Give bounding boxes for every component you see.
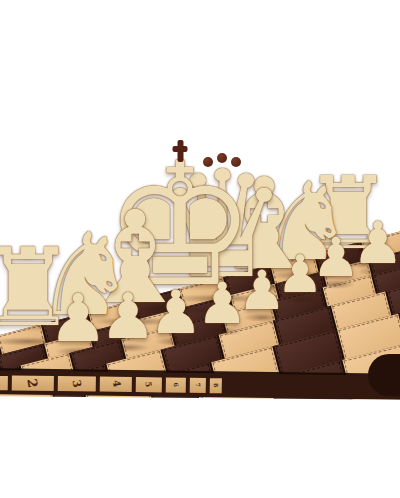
rank-label: 8 <box>213 383 220 388</box>
rank-label-plaque: 3 <box>58 376 96 392</box>
rank-label: 4 <box>110 380 121 388</box>
rank-label-plaque: 7 <box>190 377 206 392</box>
rank-label-plaque: 1 <box>0 374 8 389</box>
rank-label: 2 <box>26 377 40 388</box>
rank-label: 7 <box>195 382 202 387</box>
rank-label-plaque: 6 <box>166 377 186 392</box>
rank-label-plaque: 2 <box>12 375 54 391</box>
background-mask-bottom <box>0 396 400 498</box>
rank-label: 3 <box>71 379 83 388</box>
chess-set-photo: 12345678 ♜♞♝♚♛♝♞♜♟♟♟♟♟♟♟♟ <box>0 0 400 498</box>
rank-label: 5 <box>144 381 153 388</box>
rank-label-plaque: 8 <box>210 378 222 393</box>
rank-label-plaque: 4 <box>100 376 132 391</box>
rank-label-plaque: 5 <box>136 377 162 392</box>
rank-label: 6 <box>173 382 180 387</box>
